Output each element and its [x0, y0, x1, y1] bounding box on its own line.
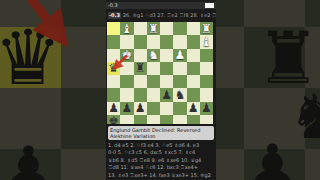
square-b8[interactable]: ♝ — [120, 22, 133, 35]
square-c2[interactable]: ♟ — [134, 102, 147, 115]
square-h2[interactable]: ♟ — [200, 102, 213, 115]
square-h6[interactable] — [200, 49, 213, 62]
square-b4[interactable] — [120, 75, 133, 88]
square-c4[interactable] — [134, 75, 147, 88]
white-B-piece: ♝ — [120, 22, 133, 35]
square-f2[interactable] — [173, 102, 186, 115]
square-e8[interactable] — [160, 22, 173, 35]
square-h4[interactable] — [200, 75, 213, 88]
square-f8[interactable] — [173, 22, 186, 35]
square-a4[interactable] — [107, 75, 120, 88]
white-B-piece: ♝ — [200, 35, 213, 48]
square-g4[interactable] — [187, 75, 200, 88]
video-frame: ♛ ♜ ♞ ♟ ♟ -0.3 -0.3 26. ♔g1 ♘d3 27. ♖e2 … — [0, 0, 320, 180]
square-d3[interactable] — [147, 88, 160, 101]
square-b6[interactable]: ♚ — [120, 49, 133, 62]
opening-name-title: Englund Gambit Declined: Reversed Alekhi… — [108, 126, 214, 140]
black-P-piece: ♟ — [120, 102, 133, 115]
square-a3[interactable] — [107, 88, 120, 101]
evaluation-value: -0.3 — [108, 3, 118, 8]
square-d5[interactable] — [147, 62, 160, 75]
square-b3[interactable] — [120, 88, 133, 101]
black-P-piece: ♟ — [134, 102, 147, 115]
square-h5[interactable] — [200, 62, 213, 75]
white-P-piece: ♟ — [173, 49, 186, 62]
square-g5[interactable] — [187, 62, 200, 75]
move-list-line: ♖d8 11. ♕xe4 ♘c6 12. bxc3 ♖xe4+ — [108, 164, 214, 171]
square-e5[interactable] — [160, 62, 173, 75]
evaluation-bar-white-segment — [205, 3, 214, 8]
square-d2[interactable] — [147, 102, 160, 115]
move-strip-text[interactable]: 26. ♔g1 ♘d3 27. ♖e2 ♖f8 28. ♗e2 ♖xe4+ 2 — [123, 12, 216, 19]
move-list-line: ♕b6 8. ♗d5 ♖e8 9. e6 ♗xe6 10. ♕g4 — [108, 157, 214, 164]
square-c5[interactable]: ♜ — [134, 62, 147, 75]
square-f3[interactable]: ♞ — [173, 88, 186, 101]
square-e6[interactable] — [160, 49, 173, 62]
square-a5[interactable]: ♛ — [107, 62, 120, 75]
square-a7[interactable] — [107, 35, 120, 48]
eval-chip: -0.3 — [108, 12, 121, 19]
square-e7[interactable] — [160, 35, 173, 48]
square-g2[interactable]: ♟ — [187, 102, 200, 115]
move-list-line: 13. ♗e3 ♖xe3+ 14. fxe3 ♕xe3+ 15. ♔g2 — [108, 172, 214, 179]
square-g3[interactable] — [187, 88, 200, 101]
square-b5[interactable] — [120, 62, 133, 75]
square-d8[interactable]: ♜ — [147, 22, 160, 35]
square-g8[interactable] — [187, 22, 200, 35]
game-move-list: 1. d4 e5 2. ♘f3 e4 3. ♘e5 ♗d6 4. e3 0-0 … — [106, 141, 216, 179]
square-b7[interactable] — [120, 35, 133, 48]
square-c7[interactable] — [134, 35, 147, 48]
square-f5[interactable] — [173, 62, 186, 75]
square-d6[interactable]: ♞ — [147, 49, 160, 62]
square-a2[interactable]: ♟ — [107, 102, 120, 115]
square-f6[interactable]: ♟ — [173, 49, 186, 62]
square-b2[interactable]: ♟ — [120, 102, 133, 115]
square-e2[interactable] — [160, 102, 173, 115]
move-list-line: 1. d4 e5 2. ♘f3 e4 3. ♘e5 ♗d6 4. e3 — [108, 142, 214, 149]
square-h3[interactable] — [200, 88, 213, 101]
white-K-piece: ♚ — [120, 49, 133, 62]
white-N-piece: ♞ — [147, 49, 160, 62]
evaluation-bar: -0.3 — [106, 2, 216, 9]
black-P-piece: ♟ — [187, 102, 200, 115]
square-e4[interactable] — [160, 75, 173, 88]
move-strip[interactable]: -0.3 26. ♔g1 ♘d3 27. ♖e2 ♖f8 28. ♗e2 ♖xe… — [106, 9, 216, 22]
square-d4[interactable] — [147, 75, 160, 88]
square-g6[interactable] — [187, 49, 200, 62]
square-f4[interactable] — [173, 75, 186, 88]
square-d7[interactable] — [147, 35, 160, 48]
square-a6[interactable] — [107, 49, 120, 62]
square-e3[interactable]: ♟ — [160, 88, 173, 101]
white-R-piece: ♜ — [147, 22, 160, 35]
square-g7[interactable] — [187, 35, 200, 48]
square-c6[interactable] — [134, 49, 147, 62]
black-P-piece: ♟ — [107, 102, 120, 115]
black-P-piece: ♟ — [200, 102, 213, 115]
board-grid[interactable]: ♝♜♜♝♚♞♟♛♜♟♞♟♟♟♟♟♚ — [107, 22, 213, 128]
black-P-piece: ♟ — [160, 88, 173, 101]
square-a8[interactable] — [107, 22, 120, 35]
square-c8[interactable] — [134, 22, 147, 35]
black-N-piece: ♞ — [173, 88, 186, 101]
square-c3[interactable] — [134, 88, 147, 101]
square-h7[interactable]: ♝ — [200, 35, 213, 48]
black-R-piece: ♜ — [134, 62, 147, 75]
move-list-line: 0-0 5. ♘c3 c5 6. dxc5 ♗xc5 7. ♗c4 — [108, 149, 214, 156]
black-Q-piece: ♛ — [107, 62, 120, 75]
center-column: -0.3 -0.3 26. ♔g1 ♘d3 27. ♖e2 ♖f8 28. ♗e… — [106, 0, 216, 180]
square-h8[interactable]: ♜ — [200, 22, 213, 35]
square-f7[interactable] — [173, 35, 186, 48]
white-R-piece: ♜ — [200, 22, 213, 35]
caption-panel: Englund Gambit Declined: Reversed Alekhi… — [106, 124, 216, 180]
